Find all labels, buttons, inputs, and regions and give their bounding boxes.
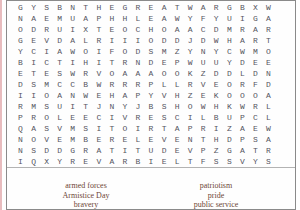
grid-cell-r9c19: O <box>249 90 262 101</box>
grid-cell-r3c7: T <box>92 24 105 35</box>
grid-cell-r11c1: P <box>14 112 27 123</box>
grid-cell-r10c9: Y <box>118 101 131 112</box>
grid-cell-r10c4: U <box>53 101 66 112</box>
grid-cell-r11c16: B <box>210 112 223 123</box>
grid-cell-r9c3: O <box>40 90 53 101</box>
grid-cell-r5c19: M <box>249 46 262 57</box>
grid-cell-r1c7: H <box>92 2 105 13</box>
grid-cell-r8c14: R <box>184 79 197 90</box>
grid-cell-r7c5: W <box>66 68 79 79</box>
grid-cell-r10c11: B <box>145 101 158 112</box>
grid-cell-r11c6: E <box>79 112 92 123</box>
grid-cell-r15c11: I <box>145 156 158 167</box>
grid-cell-r12c18: A <box>236 123 249 134</box>
grid-cell-r4c10: I <box>131 35 144 46</box>
grid-cell-r9c4: A <box>53 90 66 101</box>
word-bank-item-bravery: bravery <box>16 200 156 210</box>
grid-cell-r8c13: L <box>171 79 184 90</box>
grid-cell-r11c14: I <box>184 112 197 123</box>
grid-cell-r13c7: E <box>92 134 105 145</box>
grid-cell-r12c9: O <box>118 123 131 134</box>
grid-cell-r2c10: L <box>131 13 144 24</box>
grid-cell-r13c4: E <box>53 134 66 145</box>
grid-cell-r11c15: L <box>197 112 210 123</box>
grid-cell-r8c1: D <box>14 79 27 90</box>
grid-cell-r6c16: U <box>210 57 223 68</box>
grid-cell-r7c3: E <box>40 68 53 79</box>
grid-cell-r9c8: H <box>105 90 118 101</box>
grid-cell-r13c3: V <box>40 134 53 145</box>
grid-cell-r9c6: W <box>79 90 92 101</box>
grid-cell-r5c4: A <box>53 46 66 57</box>
grid-cell-r5c3: I <box>40 46 53 57</box>
grid-cell-r15c13: L <box>171 156 184 167</box>
grid-cell-r1c3: S <box>40 2 53 13</box>
grid-cell-r5c18: W <box>236 46 249 57</box>
grid-cell-r14c9: I <box>118 145 131 156</box>
grid-cell-r5c11: S <box>145 46 158 57</box>
grid-cell-r14c17: G <box>223 145 236 156</box>
grid-cell-r10c1: R <box>14 101 27 112</box>
grid-cell-r10c3: S <box>40 101 53 112</box>
grid-cell-r7c19: D <box>249 68 262 79</box>
grid-cell-r4c18: A <box>236 35 249 46</box>
grid-cell-r10c2: M <box>27 101 40 112</box>
grid-cell-r14c16: Z <box>210 145 223 156</box>
grid-cell-r9c18: O <box>236 90 249 101</box>
grid-cell-r11c3: O <box>40 112 53 123</box>
grid-cell-r6c18: D <box>236 57 249 68</box>
grid-cell-r5c14: Y <box>184 46 197 57</box>
grid-cell-r4c6: L <box>79 35 92 46</box>
grid-cell-r2c11: E <box>145 13 158 24</box>
grid-cell-r15c5: R <box>66 156 79 167</box>
grid-cell-r4c9: I <box>118 35 131 46</box>
grid-cell-r6c3: C <box>40 57 53 68</box>
grid-cell-r12c19: E <box>249 123 262 134</box>
grid-cell-r15c18: V <box>236 156 249 167</box>
grid-cell-r12c14: P <box>184 123 197 134</box>
grid-cell-r13c16: H <box>210 134 223 145</box>
grid-cell-r3c3: R <box>40 24 53 35</box>
grid-cell-r15c12: E <box>158 156 171 167</box>
grid-cell-r12c4: V <box>53 123 66 134</box>
grid-cell-r14c14: V <box>184 145 197 156</box>
page-left-accent <box>0 0 2 210</box>
grid-cell-r4c15: D <box>197 35 210 46</box>
grid-cell-r12c17: Z <box>223 123 236 134</box>
grid-cell-r11c19: C <box>249 112 262 123</box>
word-bank-item-public-service: public service <box>146 200 286 210</box>
grid-cell-r6c19: E <box>249 57 262 68</box>
grid-cell-r5c12: M <box>158 46 171 57</box>
grid-cell-r14c8: T <box>105 145 118 156</box>
grid-cell-r12c2: A <box>27 123 40 134</box>
grid-cell-r3c16: D <box>210 24 223 35</box>
grid-cell-r11c13: C <box>171 112 184 123</box>
grid-cell-r1c2: Y <box>27 2 40 13</box>
grid-cell-r4c17: H <box>223 35 236 46</box>
grid-cell-r13c18: P <box>236 134 249 145</box>
puzzle-frame: GYSBNTHEGREATWARGBXWNAEMUAPHHLEAWYFYUIGA… <box>6 0 296 210</box>
grid-cell-r6c2: I <box>27 57 40 68</box>
grid-cell-r3c20: R <box>262 24 275 35</box>
grid-cell-r7c15: Z <box>197 68 210 79</box>
grid-cell-r7c2: T <box>27 68 40 79</box>
grid-bottom-divider <box>7 167 295 168</box>
word-bank: armed forces Armistice Day bravery patri… <box>7 181 295 210</box>
grid-cell-r7c6: R <box>79 68 92 79</box>
grid-cell-r7c13: O <box>171 68 184 79</box>
grid-cell-r14c6: R <box>79 145 92 156</box>
grid-cell-r3c1: O <box>14 24 27 35</box>
grid-cell-r8c17: O <box>223 79 236 90</box>
grid-cell-r2c19: G <box>249 13 262 24</box>
grid-cell-r6c1: B <box>14 57 27 68</box>
grid-cell-r14c5: G <box>66 145 79 156</box>
grid-cell-r5c20: O <box>262 46 275 57</box>
grid-cell-r5c8: F <box>105 46 118 57</box>
grid-cell-r11c11: E <box>145 112 158 123</box>
grid-cell-r3c19: A <box>249 24 262 35</box>
grid-cell-r13c20: A <box>262 134 275 145</box>
grid-cell-r9c11: Y <box>145 90 158 101</box>
grid-cell-r1c12: A <box>158 2 171 13</box>
grid-cell-r8c15: V <box>197 79 210 90</box>
grid-cell-r15c4: Y <box>53 156 66 167</box>
grid-cell-r8c6: B <box>79 79 92 90</box>
grid-cell-r6c12: E <box>158 57 171 68</box>
grid-cell-r8c12: L <box>158 79 171 90</box>
grid-cell-r11c8: I <box>105 112 118 123</box>
grid-cell-r7c7: V <box>92 68 105 79</box>
grid-cell-r14c3: D <box>40 145 53 156</box>
grid-cell-r13c11: E <box>145 134 158 145</box>
grid-cell-r10c8: N <box>105 101 118 112</box>
grid-cell-r10c20: L <box>262 101 275 112</box>
grid-cell-r9c2: I <box>27 90 40 101</box>
grid-cell-r7c10: A <box>131 68 144 79</box>
grid-cell-r6c17: Y <box>223 57 236 68</box>
grid-cell-r15c1: I <box>14 156 27 167</box>
grid-cell-r12c20: W <box>262 123 275 134</box>
grid-cell-r12c6: S <box>79 123 92 134</box>
grid-cell-r4c4: D <box>53 35 66 46</box>
grid-cell-r3c10: C <box>131 24 144 35</box>
grid-cell-r14c1: N <box>14 145 27 156</box>
grid-cell-r4c16: W <box>210 35 223 46</box>
grid-cell-r3c15: C <box>197 24 210 35</box>
grid-cell-r12c13: A <box>171 123 184 134</box>
grid-cell-r15c15: F <box>197 156 210 167</box>
grid-cell-r8c18: R <box>236 79 249 90</box>
grid-cell-r14c2: S <box>27 145 40 156</box>
grid-cell-r6c9: R <box>118 57 131 68</box>
word-search-page: GYSBNTHEGREATWARGBXWNAEMUAPHHLEAWYFYUIGA… <box>0 0 300 210</box>
grid-cell-r8c3: M <box>40 79 53 90</box>
grid-cell-r2c8: H <box>105 13 118 24</box>
grid-cell-r12c15: R <box>197 123 210 134</box>
grid-cell-r1c11: E <box>145 2 158 13</box>
grid-cell-r7c14: K <box>184 68 197 79</box>
grid-cell-r12c10: I <box>131 123 144 134</box>
grid-cell-r3c12: O <box>158 24 171 35</box>
grid-cell-r4c19: R <box>249 35 262 46</box>
word-bank-item-armed-forces: armed forces <box>16 181 156 191</box>
grid-cell-r4c14: J <box>184 35 197 46</box>
grid-cell-r15c9: R <box>118 156 131 167</box>
grid-cell-r1c16: R <box>210 2 223 13</box>
grid-cell-r15c8: A <box>105 156 118 167</box>
grid-cell-r11c2: R <box>27 112 40 123</box>
grid-cell-r3c9: O <box>118 24 131 35</box>
grid-cell-r6c11: D <box>145 57 158 68</box>
grid-cell-r2c3: E <box>40 13 53 24</box>
grid-cell-r7c4: S <box>53 68 66 79</box>
grid-cell-r4c2: E <box>27 35 40 46</box>
grid-cell-r13c12: V <box>158 134 171 145</box>
grid-cell-r7c20: N <box>262 68 275 79</box>
grid-cell-r2c4: M <box>53 13 66 24</box>
grid-cell-r1c9: G <box>118 2 131 13</box>
grid-cell-r4c20: T <box>262 35 275 46</box>
grid-cell-r6c14: W <box>184 57 197 68</box>
grid-cell-r5c16: Y <box>210 46 223 57</box>
grid-cell-r5c1: Y <box>14 46 27 57</box>
grid-cell-r1c14: W <box>184 2 197 13</box>
grid-cell-r15c10: B <box>131 156 144 167</box>
word-bank-item-armistice-day: Armistice Day <box>16 191 156 201</box>
grid-cell-r8c7: W <box>92 79 105 90</box>
grid-cell-r2c14: Y <box>184 13 197 24</box>
grid-cell-r8c16: E <box>210 79 223 90</box>
word-search-grid: GYSBNTHEGREATWARGBXWNAEMUAPHHLEAWYFYUIGA… <box>14 2 275 167</box>
grid-cell-r9c13: H <box>171 90 184 101</box>
grid-cell-r1c20: W <box>262 2 275 13</box>
grid-cell-r13c6: B <box>79 134 92 145</box>
grid-cell-r5c17: C <box>223 46 236 57</box>
grid-cell-r4c13: D <box>171 35 184 46</box>
grid-cell-r2c15: F <box>197 13 210 24</box>
grid-cell-r13c1: N <box>14 134 27 145</box>
grid-cell-r6c15: U <box>197 57 210 68</box>
grid-cell-r1c6: T <box>79 2 92 13</box>
grid-cell-r3c18: R <box>236 24 249 35</box>
grid-cell-r7c12: O <box>158 68 171 79</box>
grid-cell-r12c7: I <box>92 123 105 134</box>
grid-cell-r5c5: W <box>66 46 79 57</box>
grid-cell-r8c2: S <box>27 79 40 90</box>
grid-cell-r1c17: G <box>223 2 236 13</box>
word-bank-left-column: armed forces Armistice Day bravery <box>16 181 156 210</box>
grid-cell-r3c17: M <box>223 24 236 35</box>
grid-cell-r2c12: A <box>158 13 171 24</box>
grid-cell-r12c3: S <box>40 123 53 134</box>
grid-cell-r12c12: T <box>158 123 171 134</box>
grid-cell-r15c17: S <box>223 156 236 167</box>
grid-cell-r7c1: E <box>14 68 27 79</box>
grid-cell-r11c5: E <box>66 112 79 123</box>
grid-cell-r1c8: E <box>105 2 118 13</box>
grid-cell-r9c9: A <box>118 90 131 101</box>
grid-cell-r2c5: U <box>66 13 79 24</box>
grid-cell-r13c17: D <box>223 134 236 145</box>
grid-cell-r14c7: A <box>92 145 105 156</box>
grid-cell-r7c8: O <box>105 68 118 79</box>
grid-cell-r11c20: L <box>262 112 275 123</box>
grid-cell-r5c7: I <box>92 46 105 57</box>
grid-cell-r2c1: N <box>14 13 27 24</box>
grid-cell-r3c8: E <box>105 24 118 35</box>
grid-cell-r10c16: H <box>210 101 223 112</box>
grid-cell-r2c7: P <box>92 13 105 24</box>
grid-cell-r2c6: A <box>79 13 92 24</box>
grid-cell-r9c17: O <box>223 90 236 101</box>
grid-cell-r10c17: K <box>223 101 236 112</box>
grid-cell-r8c10: R <box>131 79 144 90</box>
word-bank-item-patriotism: patriotism <box>146 181 286 191</box>
grid-cell-r6c20: E <box>262 57 275 68</box>
grid-cell-r1c18: B <box>236 2 249 13</box>
grid-cell-r5c10: D <box>131 46 144 57</box>
grid-cell-r10c6: T <box>79 101 92 112</box>
grid-cell-r8c19: F <box>249 79 262 90</box>
grid-cell-r10c13: H <box>171 101 184 112</box>
grid-cell-r4c11: O <box>145 35 158 46</box>
grid-cell-r10c15: W <box>197 101 210 112</box>
grid-cell-r4c3: V <box>40 35 53 46</box>
grid-cell-r7c11: A <box>145 68 158 79</box>
grid-cell-r1c1: G <box>14 2 27 13</box>
grid-cell-r14c4: D <box>53 145 66 156</box>
grid-cell-r12c1: Q <box>14 123 27 134</box>
grid-cell-r4c8: I <box>105 35 118 46</box>
grid-cell-r3c14: A <box>184 24 197 35</box>
grid-cell-r5c2: C <box>27 46 40 57</box>
grid-cell-r11c17: U <box>223 112 236 123</box>
grid-cell-r2c18: I <box>236 13 249 24</box>
grid-cell-r8c8: R <box>105 79 118 90</box>
grid-cell-r10c12: S <box>158 101 171 112</box>
grid-cell-r1c4: B <box>53 2 66 13</box>
grid-cell-r1c19: X <box>249 2 262 13</box>
grid-cell-r2c16: Y <box>210 13 223 24</box>
grid-cell-r15c14: T <box>184 156 197 167</box>
grid-cell-r2c2: A <box>27 13 40 24</box>
grid-cell-r14c11: U <box>145 145 158 156</box>
grid-cell-r3c11: H <box>145 24 158 35</box>
grid-cell-r10c5: I <box>66 101 79 112</box>
grid-cell-r13c8: R <box>105 134 118 145</box>
grid-cell-r11c7: C <box>92 112 105 123</box>
grid-cell-r15c2: Q <box>27 156 40 167</box>
grid-cell-r15c16: S <box>210 156 223 167</box>
grid-cell-r10c10: J <box>131 101 144 112</box>
grid-cell-r14c20: R <box>262 145 275 156</box>
grid-cell-r2c9: H <box>118 13 131 24</box>
grid-cell-r5c9: O <box>118 46 131 57</box>
grid-cell-r13c9: E <box>118 134 131 145</box>
grid-cell-r9c5: N <box>66 90 79 101</box>
grid-cell-r4c7: R <box>92 35 105 46</box>
grid-cell-r12c11: R <box>145 123 158 134</box>
grid-cell-r11c4: L <box>53 112 66 123</box>
grid-cell-r14c13: E <box>171 145 184 156</box>
grid-cell-r8c9: R <box>118 79 131 90</box>
grid-cell-r13c13: E <box>171 134 184 145</box>
grid-cell-r6c6: H <box>79 57 92 68</box>
grid-cell-r4c5: A <box>66 35 79 46</box>
grid-cell-r15c6: E <box>79 156 92 167</box>
grid-cell-r14c19: T <box>249 145 262 156</box>
grid-cell-r7c9: A <box>118 68 131 79</box>
grid-cell-r12c5: M <box>66 123 79 134</box>
grid-cell-r4c12: D <box>158 35 171 46</box>
grid-cell-r11c12: S <box>158 112 171 123</box>
grid-cell-r1c13: T <box>171 2 184 13</box>
grid-cell-r13c2: O <box>27 134 40 145</box>
grid-cell-r14c10: T <box>131 145 144 156</box>
grid-cell-r10c19: R <box>249 101 262 112</box>
grid-cell-r9c20: A <box>262 90 275 101</box>
grid-cell-r6c13: P <box>171 57 184 68</box>
grid-cell-r10c14: O <box>184 101 197 112</box>
grid-cell-r15c20: S <box>262 156 275 167</box>
grid-cell-r11c18: P <box>236 112 249 123</box>
grid-cell-r1c15: A <box>197 2 210 13</box>
grid-cell-r13c15: T <box>197 134 210 145</box>
grid-cell-r7c18: L <box>236 68 249 79</box>
grid-cell-r10c7: J <box>92 101 105 112</box>
grid-cell-r11c9: V <box>118 112 131 123</box>
grid-cell-r10c18: W <box>236 101 249 112</box>
grid-cell-r3c5: I <box>66 24 79 35</box>
grid-cell-r14c18: A <box>236 145 249 156</box>
grid-cell-r12c8: T <box>105 123 118 134</box>
grid-cell-r13c14: N <box>184 134 197 145</box>
grid-cell-r3c13: A <box>171 24 184 35</box>
grid-cell-r8c11: P <box>145 79 158 90</box>
grid-cell-r6c4: T <box>53 57 66 68</box>
grid-cell-r14c15: P <box>197 145 210 156</box>
grid-cell-r5c15: N <box>197 46 210 57</box>
word-bank-item-pride: pride <box>146 191 286 201</box>
grid-cell-r5c13: Z <box>171 46 184 57</box>
grid-cell-r13c19: S <box>249 134 262 145</box>
grid-cell-r13c5: M <box>66 134 79 145</box>
grid-cell-r6c5: I <box>66 57 79 68</box>
grid-cell-r6c10: N <box>131 57 144 68</box>
grid-cell-r15c3: X <box>40 156 53 167</box>
grid-cell-r7c17: D <box>223 68 236 79</box>
grid-cell-r2c13: W <box>171 13 184 24</box>
grid-cell-r9c1: I <box>14 90 27 101</box>
grid-cell-r9c16: K <box>210 90 223 101</box>
grid-cell-r3c4: U <box>53 24 66 35</box>
grid-cell-r3c2: D <box>27 24 40 35</box>
grid-cell-r5c6: O <box>79 46 92 57</box>
grid-cell-r8c4: C <box>53 79 66 90</box>
grid-cell-r8c20: D <box>262 79 275 90</box>
grid-cell-r2c20: A <box>262 13 275 24</box>
grid-cell-r4c1: G <box>14 35 27 46</box>
grid-cell-r6c7: I <box>92 57 105 68</box>
grid-cell-r14c12: D <box>158 145 171 156</box>
grid-cell-r2c17: U <box>223 13 236 24</box>
grid-cell-r8c5: C <box>66 79 79 90</box>
grid-cell-r12c16: I <box>210 123 223 134</box>
grid-cell-r9c15: E <box>197 90 210 101</box>
